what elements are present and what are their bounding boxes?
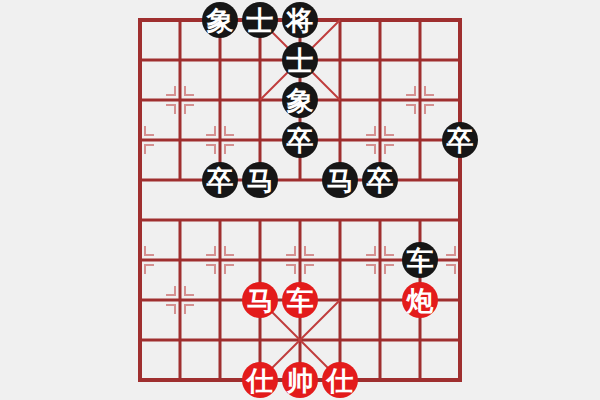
piece-black-general[interactable]: 将 <box>282 2 318 38</box>
piece-black-horse[interactable]: 马 <box>322 162 358 198</box>
piece-black-chariot[interactable]: 车 <box>402 242 438 278</box>
piece-black-soldier[interactable]: 卒 <box>362 162 398 198</box>
piece-black-soldier[interactable]: 卒 <box>282 122 318 158</box>
xiangqi-board[interactable]: 象士将士象卒卒卒马马卒车马车炮仕帅仕 <box>120 0 480 400</box>
piece-red-horse[interactable]: 马 <box>242 282 278 318</box>
piece-red-chariot[interactable]: 车 <box>282 282 318 318</box>
piece-black-elephant[interactable]: 象 <box>282 82 318 118</box>
piece-red-cannon[interactable]: 炮 <box>402 282 438 318</box>
piece-red-advisor[interactable]: 仕 <box>322 362 358 398</box>
piece-red-advisor[interactable]: 仕 <box>242 362 278 398</box>
piece-black-elephant[interactable]: 象 <box>202 2 238 38</box>
xiangqi-app-screen: 象士将士象卒卒卒马马卒车马车炮仕帅仕 <box>0 0 600 400</box>
piece-red-general[interactable]: 帅 <box>282 362 318 398</box>
piece-black-soldier[interactable]: 卒 <box>202 162 238 198</box>
piece-black-horse[interactable]: 马 <box>242 162 278 198</box>
piece-black-advisor[interactable]: 士 <box>282 42 318 78</box>
piece-black-soldier[interactable]: 卒 <box>442 122 478 158</box>
piece-black-advisor[interactable]: 士 <box>242 2 278 38</box>
